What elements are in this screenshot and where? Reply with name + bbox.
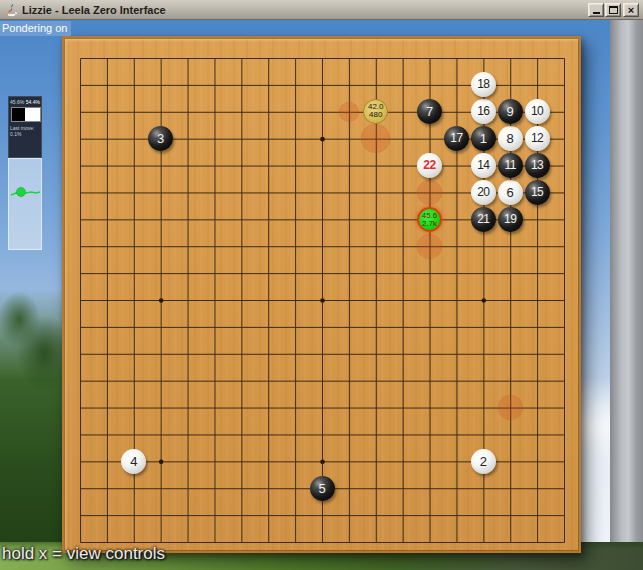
title-bar: Lizzie - Leela Zero Interface × (0, 0, 643, 20)
stone-S16: 12 (525, 126, 550, 151)
black-winrate: 45.6% (10, 99, 24, 105)
move-number: 21 (471, 207, 496, 232)
hoshi-point (158, 298, 163, 303)
hoshi-point (158, 459, 163, 464)
stone-R15: 11 (498, 153, 523, 178)
close-button[interactable]: × (623, 3, 639, 17)
candidate-O12[interactable] (417, 234, 442, 259)
move-number: 15 (525, 180, 550, 205)
move-number: 11 (498, 153, 523, 178)
stone-R17: 9 (498, 99, 523, 124)
stone-C4: 4 (121, 449, 146, 474)
trees-background (0, 288, 64, 550)
stone-K3: 5 (310, 476, 335, 501)
hoshi-point (320, 459, 325, 464)
candidate-R6[interactable] (498, 395, 523, 420)
move-number: 10 (525, 99, 550, 124)
move-number: 1 (471, 126, 496, 151)
move-number: 3 (148, 126, 173, 151)
winrate-text: 45.6% 54.4% (10, 99, 40, 105)
stone-S17: 10 (525, 99, 550, 124)
stone-O17: 7 (417, 99, 442, 124)
java-app-icon (4, 3, 18, 17)
move-number: 14 (471, 153, 496, 178)
stone-O15: 22 (417, 153, 442, 178)
last-move-delta: Last move: 0.1% (10, 125, 40, 137)
close-icon: × (628, 5, 634, 15)
controls-hint: hold x = view controls (2, 544, 165, 564)
stone-Q16: 1 (471, 126, 496, 151)
move-number: 16 (471, 99, 496, 124)
candidate-visits: 480 (364, 111, 387, 119)
stone-D16: 3 (148, 126, 173, 151)
winrate-panel: 45.6% 54.4% Last move: 0.1% (8, 96, 42, 158)
winrate-bar (11, 107, 41, 122)
stone-Q17: 16 (471, 99, 496, 124)
move-number: 8 (498, 126, 523, 151)
candidate-O13[interactable]: 45.62.7k (417, 207, 442, 232)
go-board[interactable]: 45.62.7k42.04801234567891011121314151617… (62, 36, 581, 553)
stone-R13: 19 (498, 207, 523, 232)
stone-Q15: 14 (471, 153, 496, 178)
move-number: 6 (498, 180, 523, 205)
stone-Q14: 20 (471, 180, 496, 205)
move-number: 12 (525, 126, 550, 151)
move-number: 19 (498, 207, 523, 232)
window-title: Lizzie - Leela Zero Interface (22, 4, 587, 16)
winrate-graph (8, 158, 42, 250)
candidate-M16[interactable] (361, 124, 390, 153)
stone-S15: 13 (525, 153, 550, 178)
move-number: 18 (471, 72, 496, 97)
candidate-O14[interactable] (417, 180, 442, 205)
minimize-icon (593, 12, 600, 14)
client-area: Pondering on 45.6% 54.4% Last move: 0.1%… (0, 20, 643, 570)
minimize-button[interactable] (588, 3, 604, 17)
lizzie-window: Lizzie - Leela Zero Interface × Ponderin… (0, 0, 643, 570)
maximize-icon (609, 6, 618, 14)
stone-R16: 8 (498, 126, 523, 151)
stone-Q4: 2 (471, 449, 496, 474)
winrate-graph-line (9, 159, 41, 249)
hoshi-point (481, 298, 486, 303)
move-number: 4 (121, 449, 146, 474)
stone-R14: 6 (498, 180, 523, 205)
pondering-status: Pondering on (0, 21, 71, 36)
winrate-bar-black (12, 108, 25, 121)
move-number: 5 (310, 476, 335, 501)
stone-P16: 17 (444, 126, 469, 151)
candidate-L17[interactable] (339, 102, 359, 122)
white-winrate: 54.4% (26, 99, 40, 105)
stone-Q18: 18 (471, 72, 496, 97)
move-number: 13 (525, 153, 550, 178)
move-number: 2 (471, 449, 496, 474)
stone-S14: 15 (525, 180, 550, 205)
hoshi-point (320, 136, 325, 141)
maximize-button[interactable] (605, 3, 621, 17)
move-number: 22 (417, 153, 442, 178)
move-number: 17 (444, 126, 469, 151)
stone-Q13: 21 (471, 207, 496, 232)
move-number: 9 (498, 99, 523, 124)
move-number: 7 (417, 99, 442, 124)
candidate-visits: 2.7k (419, 220, 440, 228)
background-right-band (610, 20, 643, 570)
hoshi-point (320, 298, 325, 303)
move-number: 20 (471, 180, 496, 205)
